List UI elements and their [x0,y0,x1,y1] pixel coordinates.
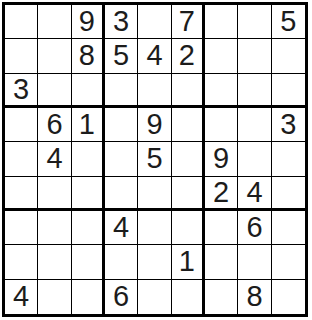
cell-r9c7[interactable] [205,280,238,314]
cell-r1c3[interactable]: 9 [72,5,105,39]
cell-r5c3[interactable] [72,142,105,176]
cell-digit: 4 [13,282,29,311]
cell-r2c4[interactable]: 5 [105,39,138,73]
cell-r1c7[interactable] [205,5,238,39]
cell-r2c2[interactable] [38,39,71,73]
cell-digit: 6 [113,282,129,311]
cell-r6c6[interactable] [172,177,205,211]
cell-r8c9[interactable] [272,245,305,279]
cell-r8c2[interactable] [38,245,71,279]
cell-r6c3[interactable] [72,177,105,211]
cell-r7c2[interactable] [38,211,71,245]
cell-digit: 5 [280,7,296,36]
cell-r4c8[interactable] [238,108,271,142]
sudoku-board: 937585423619345924461468 [2,2,308,317]
cell-r9c9[interactable] [272,280,305,314]
cell-r3c1[interactable]: 3 [5,74,38,108]
cell-digit: 2 [179,41,195,70]
cell-r2c8[interactable] [238,39,271,73]
cell-r1c9[interactable]: 5 [272,5,305,39]
cell-digit: 4 [46,144,62,173]
cell-r6c7[interactable]: 2 [205,177,238,211]
cell-r3c6[interactable] [172,74,205,108]
cell-r4c5[interactable]: 9 [138,108,171,142]
cell-r8c1[interactable] [5,245,38,279]
cell-r3c8[interactable] [238,74,271,108]
cell-digit: 5 [146,144,162,173]
cell-digit: 5 [113,41,129,70]
cell-r3c9[interactable] [272,74,305,108]
cell-r5c1[interactable] [5,142,38,176]
cell-r8c6[interactable]: 1 [172,245,205,279]
cell-r2c6[interactable]: 2 [172,39,205,73]
cell-digit: 9 [146,110,162,139]
cell-r9c6[interactable] [172,280,205,314]
cell-r4c4[interactable] [105,108,138,142]
cell-r7c7[interactable] [205,211,238,245]
cell-r5c4[interactable] [105,142,138,176]
cell-r4c3[interactable]: 1 [72,108,105,142]
cell-r1c1[interactable] [5,5,38,39]
cell-r5c8[interactable] [238,142,271,176]
cell-r1c6[interactable]: 7 [172,5,205,39]
cell-r4c6[interactable] [172,108,205,142]
cell-digit: 3 [13,75,29,104]
cell-r4c9[interactable]: 3 [272,108,305,142]
cell-r8c5[interactable] [138,245,171,279]
cell-r2c9[interactable] [272,39,305,73]
cell-digit: 6 [46,110,62,139]
cell-r5c5[interactable]: 5 [138,142,171,176]
cell-r6c1[interactable] [5,177,38,211]
cell-r5c7[interactable]: 9 [205,142,238,176]
cell-r1c4[interactable]: 3 [105,5,138,39]
cell-r3c2[interactable] [38,74,71,108]
cell-digit: 6 [246,213,262,242]
cell-r6c8[interactable]: 4 [238,177,271,211]
cell-r2c5[interactable]: 4 [138,39,171,73]
cell-digit: 4 [146,41,162,70]
cell-r6c5[interactable] [138,177,171,211]
cell-digit: 3 [113,7,129,36]
cell-r3c3[interactable] [72,74,105,108]
sudoku-page: 937585423619345924461468 [0,0,312,320]
cell-r7c8[interactable]: 6 [238,211,271,245]
cell-r8c4[interactable] [105,245,138,279]
cell-r9c3[interactable] [72,280,105,314]
cell-r7c6[interactable] [172,211,205,245]
cell-r3c4[interactable] [105,74,138,108]
cell-r6c2[interactable] [38,177,71,211]
cell-r9c8[interactable]: 8 [238,280,271,314]
cell-digit: 4 [113,213,129,242]
cell-r8c7[interactable] [205,245,238,279]
cell-r9c2[interactable] [38,280,71,314]
cell-r5c6[interactable] [172,142,205,176]
cell-digit: 9 [79,7,95,36]
cell-digit: 3 [280,110,296,139]
cell-r7c1[interactable] [5,211,38,245]
cell-r5c9[interactable] [272,142,305,176]
cell-r8c8[interactable] [238,245,271,279]
cell-r1c2[interactable] [38,5,71,39]
cell-r7c3[interactable] [72,211,105,245]
cell-r7c5[interactable] [138,211,171,245]
cell-r5c2[interactable]: 4 [38,142,71,176]
cell-digit: 8 [246,282,262,311]
cell-r9c4[interactable]: 6 [105,280,138,314]
cell-r4c2[interactable]: 6 [38,108,71,142]
cell-digit: 8 [79,41,95,70]
cell-r8c3[interactable] [72,245,105,279]
cell-digit: 4 [246,178,262,207]
cell-r9c1[interactable]: 4 [5,280,38,314]
cell-r1c5[interactable] [138,5,171,39]
cell-r6c9[interactable] [272,177,305,211]
cell-r1c8[interactable] [238,5,271,39]
cell-r2c3[interactable]: 8 [72,39,105,73]
cell-r4c1[interactable] [5,108,38,142]
cell-r3c5[interactable] [138,74,171,108]
cell-r2c7[interactable] [205,39,238,73]
cell-r6c4[interactable] [105,177,138,211]
cell-digit: 1 [79,110,95,139]
cell-digit: 2 [213,178,229,207]
cell-digit: 7 [179,7,195,36]
cell-r9c5[interactable] [138,280,171,314]
cell-r2c1[interactable] [5,39,38,73]
cell-digit: 9 [213,144,229,173]
cell-digit: 1 [179,247,195,276]
cell-r7c4[interactable]: 4 [105,211,138,245]
cell-r4c7[interactable] [205,108,238,142]
cell-r3c7[interactable] [205,74,238,108]
cell-r7c9[interactable] [272,211,305,245]
